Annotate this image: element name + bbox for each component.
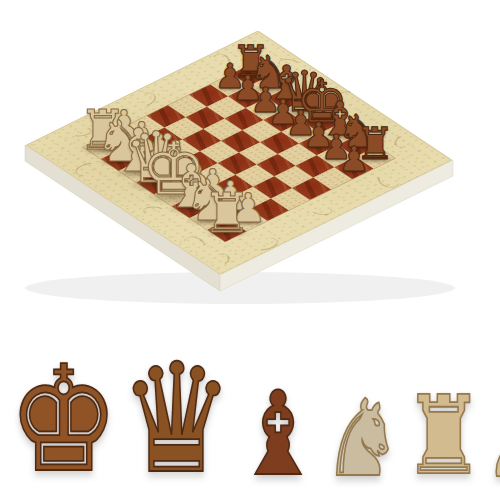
showcase-row: ♚♛♝♞♜♟: [0, 271, 500, 486]
fossil-vein-mark: [275, 57, 302, 70]
fossil-vein-mark: [209, 52, 234, 68]
fossil-vein-mark: [213, 253, 232, 266]
chess-set-photo: ♜♞♝♛♚♝♞♜♟♟♟♟♟♟♟♟♟♟♟♟♟♟♟♟♜♞♝♛♚♝♞♜ ♚♛♝♞♜♟: [0, 0, 500, 500]
showcase-bishop: ♝: [234, 382, 322, 486]
fossil-vein-mark: [131, 90, 160, 108]
showcase-queen: ♛: [119, 350, 234, 486]
fossil-vein-mark: [68, 125, 94, 138]
showcase-pawn: ♟: [485, 405, 500, 486]
fossil-vein-mark: [142, 206, 166, 217]
showcase-rook: ♜: [402, 388, 484, 486]
fossil-vein-mark: [309, 204, 335, 216]
showcase-knight: ♞: [322, 390, 403, 486]
showcase-king: ♚: [8, 354, 119, 486]
fossil-vein-mark: [71, 160, 105, 179]
fossil-vein-mark: [179, 234, 210, 252]
fossil-vein-mark: [392, 134, 415, 149]
fossil-vein-mark: [240, 37, 265, 50]
